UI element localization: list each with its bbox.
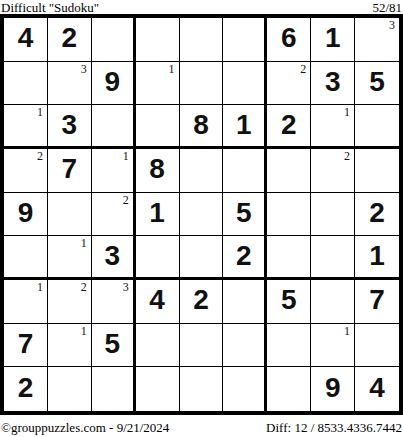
cell-r3c2[interactable]: 3 [48, 105, 92, 149]
footer: ©grouppuzzles.com - 9/21/2024 Diff: 12 /… [0, 421, 403, 435]
pencil-mark: 2 [81, 280, 87, 294]
cell-r5c8[interactable] [311, 193, 355, 237]
pencil-mark: 1 [37, 280, 43, 294]
cell-r4c6[interactable] [223, 149, 267, 193]
cell-r8c8[interactable]: 1 [311, 324, 355, 368]
given-digit: 3 [325, 68, 341, 98]
cell-r5c3[interactable]: 2 [92, 193, 136, 237]
given-digit: 5 [104, 330, 120, 360]
given-digit: 2 [18, 374, 34, 404]
cell-r8c4[interactable] [136, 324, 180, 368]
given-digit: 4 [18, 24, 34, 54]
cell-r2c3[interactable]: 9 [92, 62, 136, 106]
given-digit: 1 [236, 111, 252, 141]
progress-counter: 52/81 [372, 1, 402, 14]
given-digit: 4 [369, 374, 385, 404]
given-digit: 8 [149, 155, 165, 185]
cell-r2c7[interactable]: 2 [267, 62, 311, 106]
cell-r1c3[interactable] [92, 18, 136, 62]
cell-r5c9[interactable]: 2 [355, 193, 399, 237]
given-digit: 9 [18, 199, 34, 229]
cell-r3c8[interactable]: 1 [311, 105, 355, 149]
pencil-mark: 1 [81, 324, 87, 338]
cell-r1c6[interactable] [223, 18, 267, 62]
cell-r9c1[interactable]: 2 [4, 367, 48, 411]
given-digit: 7 [369, 286, 385, 316]
cell-r2c6[interactable] [223, 62, 267, 106]
cell-r8c1[interactable]: 7 [4, 324, 48, 368]
given-digit: 3 [62, 111, 78, 141]
cell-r7c9[interactable]: 7 [355, 280, 399, 324]
cell-r6c2[interactable]: 1 [48, 236, 92, 280]
cell-r9c2[interactable] [48, 367, 92, 411]
cell-r6c4[interactable] [136, 236, 180, 280]
given-digit: 8 [193, 111, 209, 141]
cell-r6c1[interactable] [4, 236, 48, 280]
given-digit: 2 [62, 24, 78, 54]
cell-r1c2[interactable]: 2 [48, 18, 92, 62]
cell-r6c3[interactable]: 3 [92, 236, 136, 280]
given-digit: 2 [369, 199, 385, 229]
pencil-mark: 3 [81, 62, 87, 76]
sudoku-board: 4261339123513812127182921521321123425771… [0, 14, 403, 415]
cell-r9c7[interactable] [267, 367, 311, 411]
given-digit: 5 [281, 286, 297, 316]
cell-r9c9[interactable]: 4 [355, 367, 399, 411]
pencil-mark: 2 [123, 193, 129, 207]
cell-r7c1[interactable]: 1 [4, 280, 48, 324]
cell-r6c7[interactable] [267, 236, 311, 280]
cell-r8c2[interactable]: 1 [48, 324, 92, 368]
cell-r9c5[interactable] [180, 367, 224, 411]
cell-r7c6[interactable] [223, 280, 267, 324]
given-digit: 1 [149, 199, 165, 229]
cell-r4c3[interactable]: 1 [92, 149, 136, 193]
given-digit: 9 [104, 68, 120, 98]
cell-r3c5[interactable]: 8 [180, 105, 224, 149]
cell-r4c7[interactable] [267, 149, 311, 193]
cell-r5c4[interactable]: 1 [136, 193, 180, 237]
cell-r1c7[interactable]: 6 [267, 18, 311, 62]
given-digit: 5 [236, 199, 252, 229]
puzzle-title: Difficult "Sudoku" [1, 1, 99, 14]
cell-r4c9[interactable] [355, 149, 399, 193]
header: Difficult "Sudoku" 52/81 [0, 0, 403, 14]
given-digit: 9 [325, 374, 341, 404]
pencil-mark: 2 [300, 62, 306, 76]
cell-r7c2[interactable]: 2 [48, 280, 92, 324]
pencil-mark: 1 [81, 236, 87, 250]
cell-r8c6[interactable] [223, 324, 267, 368]
cell-r4c5[interactable] [180, 149, 224, 193]
given-digit: 7 [62, 155, 78, 185]
copyright-text: ©grouppuzzles.com - 9/21/2024 [1, 421, 169, 435]
cell-r4c1[interactable]: 2 [4, 149, 48, 193]
cell-r5c6[interactable]: 5 [223, 193, 267, 237]
cell-r2c5[interactable] [180, 62, 224, 106]
cell-r2c1[interactable] [4, 62, 48, 106]
cell-r6c8[interactable] [311, 236, 355, 280]
cell-r8c7[interactable] [267, 324, 311, 368]
given-digit: 3 [104, 242, 120, 272]
cell-r1c8[interactable]: 1 [311, 18, 355, 62]
cell-r6c9[interactable]: 1 [355, 236, 399, 280]
cell-r3c6[interactable]: 1 [223, 105, 267, 149]
cell-r5c7[interactable] [267, 193, 311, 237]
given-digit: 6 [281, 24, 297, 54]
cell-r2c4[interactable]: 1 [136, 62, 180, 106]
cell-r4c2[interactable]: 7 [48, 149, 92, 193]
cell-r9c4[interactable] [136, 367, 180, 411]
cell-r1c1[interactable]: 4 [4, 18, 48, 62]
pencil-mark: 1 [123, 149, 129, 163]
sudoku-page: Difficult "Sudoku" 52/81 426133912351381… [0, 0, 403, 437]
cell-r4c4[interactable]: 8 [136, 149, 180, 193]
cell-r6c6[interactable]: 2 [223, 236, 267, 280]
pencil-mark: 1 [344, 105, 350, 119]
cell-r3c9[interactable] [355, 105, 399, 149]
cell-r8c9[interactable] [355, 324, 399, 368]
cell-r8c5[interactable] [180, 324, 224, 368]
cell-r2c8[interactable]: 3 [311, 62, 355, 106]
cell-r3c1[interactable]: 1 [4, 105, 48, 149]
given-digit: 1 [369, 242, 385, 272]
cell-r7c5[interactable]: 2 [180, 280, 224, 324]
cell-r9c3[interactable] [92, 367, 136, 411]
pencil-mark: 1 [37, 105, 43, 119]
given-digit: 2 [193, 286, 209, 316]
pencil-mark: 3 [389, 18, 395, 32]
pencil-mark: 1 [344, 324, 350, 338]
given-digit: 5 [369, 68, 385, 98]
cell-r7c4[interactable]: 4 [136, 280, 180, 324]
given-digit: 4 [149, 286, 165, 316]
cell-r1c9[interactable]: 3 [355, 18, 399, 62]
cell-r5c2[interactable] [48, 193, 92, 237]
difficulty-text: Diff: 12 / 8533.4336.7442 [266, 421, 402, 435]
cell-r5c1[interactable]: 9 [4, 193, 48, 237]
pencil-mark: 3 [123, 280, 129, 294]
cell-r7c7[interactable]: 5 [267, 280, 311, 324]
given-digit: 7 [18, 330, 34, 360]
cell-r7c8[interactable] [311, 280, 355, 324]
cell-r3c3[interactable] [92, 105, 136, 149]
cell-r9c8[interactable]: 9 [311, 367, 355, 411]
cell-r1c4[interactable] [136, 18, 180, 62]
cell-r3c4[interactable] [136, 105, 180, 149]
cell-r9c6[interactable] [223, 367, 267, 411]
pencil-mark: 2 [344, 149, 350, 163]
given-digit: 2 [281, 111, 297, 141]
cell-r7c3[interactable]: 3 [92, 280, 136, 324]
cell-r2c2[interactable]: 3 [48, 62, 92, 106]
cell-r8c3[interactable]: 5 [92, 324, 136, 368]
cell-r1c5[interactable] [180, 18, 224, 62]
given-digit: 2 [236, 242, 252, 272]
given-digit: 1 [325, 24, 341, 54]
cell-r6c5[interactable] [180, 236, 224, 280]
cell-r4c8[interactable]: 2 [311, 149, 355, 193]
pencil-mark: 1 [169, 62, 175, 76]
cell-r3c7[interactable]: 2 [267, 105, 311, 149]
cell-r5c5[interactable] [180, 193, 224, 237]
cell-r2c9[interactable]: 5 [355, 62, 399, 106]
pencil-mark: 2 [37, 149, 43, 163]
